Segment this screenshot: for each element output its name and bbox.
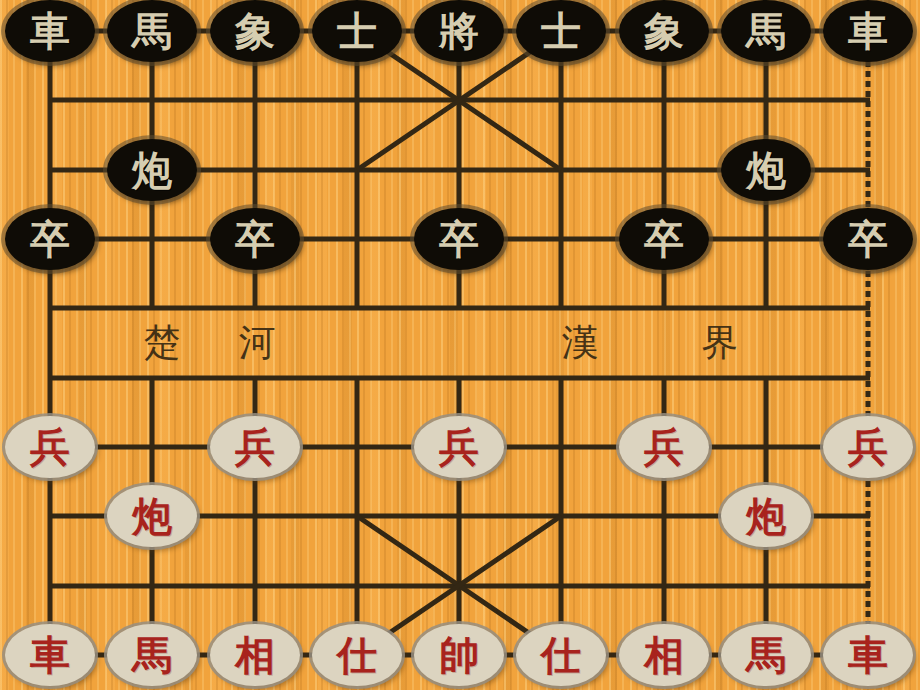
piece-red-chariot[interactable]: 車	[823, 624, 913, 686]
piece-red-advisor[interactable]: 仕	[312, 624, 402, 686]
piece-black-soldier[interactable]: 卒	[414, 208, 504, 270]
piece-red-soldier[interactable]: 兵	[5, 416, 95, 478]
piece-black-horse[interactable]: 馬	[107, 0, 197, 62]
piece-black-soldier[interactable]: 卒	[823, 208, 913, 270]
piece-black-chariot[interactable]: 車	[5, 0, 95, 62]
piece-black-elephant[interactable]: 象	[210, 0, 300, 62]
river-label-he: 河	[235, 321, 279, 365]
piece-black-advisor[interactable]: 士	[516, 0, 606, 62]
piece-black-soldier[interactable]: 卒	[619, 208, 709, 270]
piece-red-cannon[interactable]: 炮	[107, 485, 197, 547]
piece-red-soldier[interactable]: 兵	[619, 416, 709, 478]
piece-black-horse[interactable]: 馬	[721, 0, 811, 62]
piece-black-chariot[interactable]: 車	[823, 0, 913, 62]
piece-red-elephant[interactable]: 相	[210, 624, 300, 686]
piece-red-horse[interactable]: 馬	[107, 624, 197, 686]
piece-red-general[interactable]: 帥	[414, 624, 504, 686]
piece-red-soldier[interactable]: 兵	[210, 416, 300, 478]
piece-red-horse[interactable]: 馬	[721, 624, 811, 686]
piece-red-soldier[interactable]: 兵	[823, 416, 913, 478]
piece-red-elephant[interactable]: 相	[619, 624, 709, 686]
board-grid	[0, 0, 920, 690]
piece-black-cannon[interactable]: 炮	[107, 139, 197, 201]
piece-red-chariot[interactable]: 車	[5, 624, 95, 686]
xiangqi-board: 楚 河 漢 界 車馬象士將士象馬車炮炮卒卒卒卒卒兵兵兵兵兵炮炮車馬相仕帥仕相馬車	[0, 0, 920, 690]
piece-black-advisor[interactable]: 士	[312, 0, 402, 62]
piece-black-cannon[interactable]: 炮	[721, 139, 811, 201]
river-label-chu: 楚	[140, 321, 184, 365]
piece-red-cannon[interactable]: 炮	[721, 485, 811, 547]
piece-black-soldier[interactable]: 卒	[210, 208, 300, 270]
river-label-han: 漢	[558, 321, 602, 365]
river-label-jie: 界	[698, 321, 742, 365]
piece-black-elephant[interactable]: 象	[619, 0, 709, 62]
piece-red-soldier[interactable]: 兵	[414, 416, 504, 478]
piece-red-advisor[interactable]: 仕	[516, 624, 606, 686]
piece-black-general[interactable]: 將	[414, 0, 504, 62]
piece-black-soldier[interactable]: 卒	[5, 208, 95, 270]
